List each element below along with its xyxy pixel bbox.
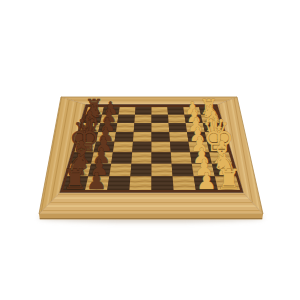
square-a4[interactable] — [152, 107, 169, 115]
square-h6[interactable] — [107, 176, 130, 190]
square-h5[interactable] — [129, 176, 151, 190]
square-e4[interactable] — [152, 142, 171, 153]
square-f5[interactable] — [131, 152, 151, 164]
piece-white-pawn-h2[interactable]: ♟ — [196, 168, 217, 194]
square-h4[interactable] — [152, 176, 174, 190]
square-b5[interactable] — [134, 115, 151, 123]
square-c3[interactable] — [169, 123, 187, 132]
chess-board-scene: ♜♟♟♜♞♟♟♞♝♟♟♝♛♟♟♛♚♟♟♚♝♟♟♝♞♟♟♞♜♟♟♜ — [0, 0, 300, 300]
square-d5[interactable] — [133, 132, 152, 142]
square-e6[interactable] — [113, 142, 133, 153]
piece-black-rook-h8[interactable]: ♜ — [62, 163, 87, 196]
square-e3[interactable] — [170, 142, 190, 153]
square-c5[interactable] — [134, 123, 152, 132]
square-b6[interactable] — [117, 115, 135, 123]
square-c4[interactable] — [152, 123, 170, 132]
square-g6[interactable] — [109, 164, 131, 177]
square-b3[interactable] — [168, 115, 186, 123]
square-f6[interactable] — [111, 152, 132, 164]
square-g4[interactable] — [152, 164, 173, 177]
square-f4[interactable] — [152, 152, 172, 164]
square-a6[interactable] — [119, 107, 136, 115]
square-c6[interactable] — [116, 123, 134, 132]
square-d3[interactable] — [169, 132, 188, 142]
piece-black-pawn-h7[interactable]: ♟ — [86, 168, 107, 194]
square-d4[interactable] — [152, 132, 171, 142]
frame-strip-near — [39, 193, 263, 214]
square-a5[interactable] — [135, 107, 152, 115]
chess-set-photo: ♜♟♟♜♞♟♟♞♝♟♟♝♛♟♟♛♚♟♟♚♝♟♟♝♞♟♟♞♜♟♟♜ — [0, 0, 300, 300]
square-b4[interactable] — [152, 115, 169, 123]
square-g5[interactable] — [130, 164, 151, 177]
piece-white-rook-h1[interactable]: ♜ — [216, 163, 241, 196]
square-g3[interactable] — [172, 164, 194, 177]
square-a3[interactable] — [167, 107, 184, 115]
square-h3[interactable] — [173, 176, 196, 190]
square-f3[interactable] — [171, 152, 192, 164]
square-e5[interactable] — [132, 142, 151, 153]
square-d6[interactable] — [115, 132, 134, 142]
